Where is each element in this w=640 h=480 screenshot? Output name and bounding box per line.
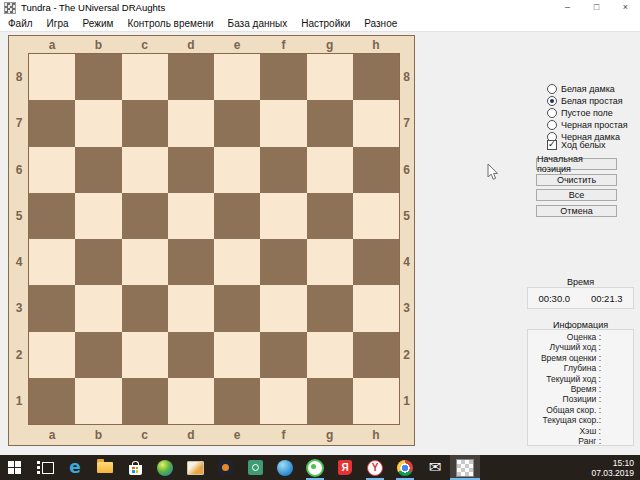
square-c3[interactable]: [122, 285, 168, 331]
info-rank: Ранг :: [528, 436, 633, 446]
square-f1[interactable]: [260, 378, 306, 424]
radio-empty-square[interactable]: Пустое поле: [547, 108, 628, 118]
radio-circle-icon-selected: [547, 96, 557, 106]
square-d6[interactable]: [168, 147, 214, 193]
menu-database[interactable]: База данных: [221, 15, 295, 31]
rank-label-left-8: 8: [9, 54, 29, 100]
edge-browser-button[interactable]: e: [60, 455, 90, 480]
photos-app-button[interactable]: [180, 455, 210, 480]
window-title: Tundra - The UNiversal DRAughts: [21, 2, 165, 13]
square-b6[interactable]: [75, 147, 121, 193]
square-a8[interactable]: [29, 54, 75, 100]
square-e2[interactable]: [214, 332, 260, 378]
radio-circle-icon: [547, 120, 557, 130]
square-a6[interactable]: [29, 147, 75, 193]
file-label-top-f: f: [260, 36, 306, 54]
task-view-button[interactable]: [30, 455, 60, 480]
square-f4[interactable]: [260, 239, 306, 285]
info-eval-time: Время оценки :: [528, 353, 633, 363]
piece-radio-group: Белая дамка Белая простая Пустое поле Че…: [547, 84, 628, 144]
square-g1[interactable]: [307, 378, 353, 424]
square-a4[interactable]: [29, 239, 75, 285]
square-g3[interactable]: [307, 285, 353, 331]
square-b3[interactable]: [75, 285, 121, 331]
file-label-bottom-a: a: [29, 424, 75, 445]
microsoft-store-button[interactable]: [120, 455, 150, 480]
square-e7[interactable]: [214, 100, 260, 146]
square-e3[interactable]: [214, 285, 260, 331]
info-positions: Позиции :: [528, 394, 633, 404]
cancel-button[interactable]: Отмена: [536, 205, 617, 217]
file-label-bottom-e: e: [214, 424, 260, 445]
file-label-top-d: d: [168, 36, 214, 54]
menu-bar: Файл Игра Режим Контроль времени База да…: [0, 15, 640, 32]
square-f3[interactable]: [260, 285, 306, 331]
square-h7[interactable]: [353, 100, 399, 146]
yandex-icon: Я: [338, 460, 352, 475]
square-c6[interactable]: [122, 147, 168, 193]
square-d4[interactable]: [168, 239, 214, 285]
tundra-checkerboard-icon: [456, 459, 474, 477]
radio-label: Черная простая: [561, 120, 628, 130]
camera-app-button[interactable]: [240, 455, 270, 480]
square-g5[interactable]: [307, 193, 353, 239]
menu-settings[interactable]: Настройки: [294, 15, 357, 31]
radio-circle-icon: [547, 84, 557, 94]
store-bag-icon: [129, 465, 142, 475]
square-e4[interactable]: [214, 239, 260, 285]
all-button[interactable]: Все: [536, 189, 617, 201]
time-panel: 00:30.0 00:21.3: [527, 287, 634, 309]
yandex-button[interactable]: Я: [330, 455, 360, 480]
edge-icon: e: [69, 459, 81, 476]
app-icon: [4, 2, 16, 14]
square-d1[interactable]: [168, 378, 214, 424]
square-f5[interactable]: [260, 193, 306, 239]
square-a7[interactable]: [29, 100, 75, 146]
setup-buttons: Начальная позиция Очистить Все Отмена: [536, 158, 617, 217]
radio-circle-icon: [547, 108, 557, 118]
rank-label-right-5: 5: [399, 193, 414, 239]
menu-time-control[interactable]: Контроль времени: [120, 15, 220, 31]
info-evaluation: Оценка :: [528, 332, 633, 342]
square-d5[interactable]: [168, 193, 214, 239]
square-h2[interactable]: [353, 332, 399, 378]
square-h8[interactable]: [353, 54, 399, 100]
rank-label-right-2: 2: [399, 332, 414, 378]
square-g8[interactable]: [307, 54, 353, 100]
radio-label: Белая дамка: [561, 84, 615, 94]
square-a5[interactable]: [29, 193, 75, 239]
square-c1[interactable]: [122, 378, 168, 424]
square-g4[interactable]: [307, 239, 353, 285]
square-b5[interactable]: [75, 193, 121, 239]
menu-mode[interactable]: Режим: [76, 15, 121, 31]
info-current-speed: Текущая скор.:: [528, 415, 633, 425]
file-label-top-a: a: [29, 36, 75, 54]
rank-label-left-2: 2: [9, 332, 29, 378]
media-player-icon: [218, 460, 233, 475]
windows-logo-icon: [8, 461, 22, 475]
square-f6[interactable]: [260, 147, 306, 193]
file-label-bottom-h: h: [353, 424, 399, 445]
clock-time: 15:10: [591, 458, 634, 468]
info-depth: Глубина :: [528, 363, 633, 373]
radio-label: Пустое поле: [561, 108, 613, 118]
draughts-board: abcdefgh8877665544332211abcdefgh: [8, 35, 415, 446]
rank-label-right-1: 1: [399, 378, 414, 424]
square-f7[interactable]: [260, 100, 306, 146]
square-d2[interactable]: [168, 332, 214, 378]
taskbar: e Я Y ✉ 15:10 07.03.2019: [0, 455, 640, 480]
square-h4[interactable]: [353, 239, 399, 285]
white-to-move-checkbox[interactable]: Ход белых: [547, 140, 605, 150]
minimize-button[interactable]: –: [553, 0, 582, 15]
rank-label-left-1: 1: [9, 378, 29, 424]
rank-label-right-8: 8: [399, 54, 414, 100]
chrome-button[interactable]: [390, 455, 420, 480]
chrome-icon: [397, 460, 413, 476]
messenger-icon: [306, 459, 324, 477]
square-e8[interactable]: [214, 54, 260, 100]
yandex-browser-button[interactable]: Y: [360, 455, 390, 480]
radio-label: Белая простая: [561, 96, 623, 106]
checkbox-label: Ход белых: [561, 140, 605, 150]
rank-label-right-6: 6: [399, 147, 414, 193]
black-clock: 00:21.3: [581, 293, 634, 304]
info-total-speed: Общая скор. :: [528, 405, 633, 415]
square-c7[interactable]: [122, 100, 168, 146]
globe-app-button[interactable]: [270, 455, 300, 480]
rank-label-left-4: 4: [9, 239, 29, 285]
square-b1[interactable]: [75, 378, 121, 424]
square-a1[interactable]: [29, 378, 75, 424]
rank-label-left-3: 3: [9, 285, 29, 331]
rank-label-right-4: 4: [399, 239, 414, 285]
square-c4[interactable]: [122, 239, 168, 285]
square-h3[interactable]: [353, 285, 399, 331]
close-button[interactable]: ×: [611, 0, 640, 15]
mouse-cursor: [487, 163, 499, 185]
square-e1[interactable]: [214, 378, 260, 424]
board-corner: [399, 424, 414, 445]
file-label-bottom-c: c: [122, 424, 168, 445]
checkbox-icon: [547, 140, 557, 150]
window-controls: – □ ×: [553, 0, 640, 15]
earth-app-button[interactable]: [150, 455, 180, 480]
radio-black-man[interactable]: Черная простая: [547, 120, 628, 130]
board-corner: [9, 424, 29, 445]
radio-white-king[interactable]: Белая дамка: [547, 84, 628, 94]
square-b8[interactable]: [75, 54, 121, 100]
info-hash: Хэш :: [528, 426, 633, 436]
title-bar: Tundra - The UNiversal DRAughts – □ ×: [0, 0, 640, 15]
clock-date: 07.03.2019: [591, 468, 634, 478]
file-label-bottom-b: b: [75, 424, 121, 445]
square-g6[interactable]: [307, 147, 353, 193]
square-c8[interactable]: [122, 54, 168, 100]
initial-position-button[interactable]: Начальная позиция: [536, 158, 617, 170]
rank-label-left-7: 7: [9, 100, 29, 146]
folder-icon: [97, 462, 113, 473]
square-h6[interactable]: [353, 147, 399, 193]
taskbar-clock[interactable]: 15:10 07.03.2019: [591, 455, 640, 480]
rank-label-left-6: 6: [9, 147, 29, 193]
file-label-bottom-d: d: [168, 424, 214, 445]
clear-button[interactable]: Очистить: [536, 174, 617, 186]
square-a2[interactable]: [29, 332, 75, 378]
media-app-button[interactable]: [210, 455, 240, 480]
file-label-top-c: c: [122, 36, 168, 54]
white-clock: 00:30.0: [528, 293, 581, 304]
file-label-bottom-f: f: [260, 424, 306, 445]
start-button[interactable]: [0, 455, 30, 480]
earth-sphere-icon: [157, 460, 173, 476]
mail-envelope-icon: ✉: [429, 460, 442, 475]
tundra-app-button[interactable]: [450, 455, 480, 480]
file-label-top-b: b: [75, 36, 121, 54]
square-c2[interactable]: [122, 332, 168, 378]
radio-white-man[interactable]: Белая простая: [547, 96, 628, 106]
square-b7[interactable]: [75, 100, 121, 146]
file-explorer-button[interactable]: [90, 455, 120, 480]
square-b2[interactable]: [75, 332, 121, 378]
rank-label-left-5: 5: [9, 193, 29, 239]
square-f2[interactable]: [260, 332, 306, 378]
square-e5[interactable]: [214, 193, 260, 239]
messenger-app-button[interactable]: [300, 455, 330, 480]
file-label-top-g: g: [307, 36, 353, 54]
board-grid: abcdefgh8877665544332211abcdefgh: [9, 36, 414, 445]
file-label-top-e: e: [214, 36, 260, 54]
menu-misc[interactable]: Разное: [357, 15, 404, 31]
square-e6[interactable]: [214, 147, 260, 193]
file-label-top-h: h: [353, 36, 399, 54]
task-view-icon: [37, 461, 54, 474]
square-g7[interactable]: [307, 100, 353, 146]
square-c5[interactable]: [122, 193, 168, 239]
mail-button[interactable]: ✉: [420, 455, 450, 480]
board-corner: [399, 36, 414, 54]
square-h5[interactable]: [353, 193, 399, 239]
restore-button[interactable]: □: [582, 0, 611, 15]
camera-icon: [248, 460, 263, 475]
info-panel: Оценка : Лучший ход : Время оценки : Глу…: [527, 329, 634, 446]
square-f8[interactable]: [260, 54, 306, 100]
info-time: Время :: [528, 384, 633, 394]
rank-label-right-7: 7: [399, 100, 414, 146]
globe-icon: [277, 460, 293, 476]
info-best-move: Лучший ход :: [528, 342, 633, 352]
square-h1[interactable]: [353, 378, 399, 424]
square-g2[interactable]: [307, 332, 353, 378]
square-d3[interactable]: [168, 285, 214, 331]
file-label-bottom-g: g: [307, 424, 353, 445]
square-a3[interactable]: [29, 285, 75, 331]
yandex-browser-icon: Y: [367, 460, 383, 476]
menu-game[interactable]: Игра: [40, 15, 76, 31]
info-current-move: Текущий ход :: [528, 374, 633, 384]
photo-icon: [187, 461, 204, 475]
menu-file[interactable]: Файл: [1, 15, 40, 31]
board-corner: [9, 36, 29, 54]
rank-label-right-3: 3: [399, 285, 414, 331]
square-d7[interactable]: [168, 100, 214, 146]
square-d8[interactable]: [168, 54, 214, 100]
time-panel-label: Время: [527, 277, 634, 287]
square-b4[interactable]: [75, 239, 121, 285]
